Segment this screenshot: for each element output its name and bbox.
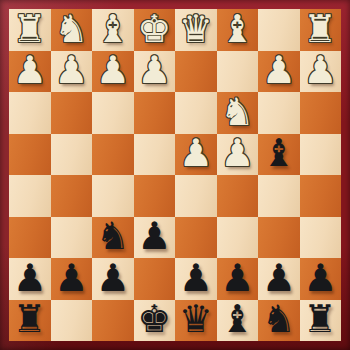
square-c5[interactable] bbox=[217, 175, 259, 217]
square-h3[interactable] bbox=[9, 92, 51, 134]
black-bishop-c8[interactable]: ♝ bbox=[220, 300, 254, 338]
chess-board: ♜♞♝♚♛♝♜♟♟♟♟♟♟♞♟♟♝♞♟♟♟♟♟♟♟♟♜♚♛♝♞♜ bbox=[9, 9, 341, 341]
black-pawn-h7[interactable]: ♟ bbox=[13, 259, 47, 297]
square-d6[interactable] bbox=[175, 217, 217, 259]
square-g3[interactable] bbox=[51, 92, 93, 134]
black-pawn-f7[interactable]: ♟ bbox=[96, 259, 130, 297]
black-knight-f6[interactable]: ♞ bbox=[96, 217, 130, 255]
square-h7[interactable]: ♟ bbox=[9, 258, 51, 300]
square-d3[interactable] bbox=[175, 92, 217, 134]
square-h1[interactable]: ♜ bbox=[9, 9, 51, 51]
square-a7[interactable]: ♟ bbox=[300, 258, 342, 300]
square-f5[interactable] bbox=[92, 175, 134, 217]
black-pawn-a7[interactable]: ♟ bbox=[303, 259, 337, 297]
square-a2[interactable]: ♟ bbox=[300, 51, 342, 93]
square-d2[interactable] bbox=[175, 51, 217, 93]
square-c4[interactable]: ♟ bbox=[217, 134, 259, 176]
square-a8[interactable]: ♜ bbox=[300, 300, 342, 342]
square-h6[interactable] bbox=[9, 217, 51, 259]
square-a1[interactable]: ♜ bbox=[300, 9, 342, 51]
square-e4[interactable] bbox=[134, 134, 176, 176]
square-h4[interactable] bbox=[9, 134, 51, 176]
black-pawn-c7[interactable]: ♟ bbox=[220, 259, 254, 297]
square-g2[interactable]: ♟ bbox=[51, 51, 93, 93]
square-e2[interactable]: ♟ bbox=[134, 51, 176, 93]
square-a4[interactable] bbox=[300, 134, 342, 176]
black-pawn-e6[interactable]: ♟ bbox=[137, 217, 171, 255]
square-b3[interactable] bbox=[258, 92, 300, 134]
black-bishop-b4[interactable]: ♝ bbox=[262, 134, 296, 172]
black-queen-d8[interactable]: ♛ bbox=[179, 300, 213, 338]
square-a5[interactable] bbox=[300, 175, 342, 217]
white-queen-d1[interactable]: ♛ bbox=[179, 10, 213, 48]
square-e8[interactable]: ♚ bbox=[134, 300, 176, 342]
square-c1[interactable]: ♝ bbox=[217, 9, 259, 51]
white-bishop-c1[interactable]: ♝ bbox=[220, 10, 254, 48]
square-h2[interactable]: ♟ bbox=[9, 51, 51, 93]
white-pawn-g2[interactable]: ♟ bbox=[54, 51, 88, 89]
black-pawn-d7[interactable]: ♟ bbox=[179, 259, 213, 297]
square-c2[interactable] bbox=[217, 51, 259, 93]
square-f1[interactable]: ♝ bbox=[92, 9, 134, 51]
square-b1[interactable] bbox=[258, 9, 300, 51]
square-f7[interactable]: ♟ bbox=[92, 258, 134, 300]
white-pawn-h2[interactable]: ♟ bbox=[13, 51, 47, 89]
square-b4[interactable]: ♝ bbox=[258, 134, 300, 176]
square-c7[interactable]: ♟ bbox=[217, 258, 259, 300]
square-g6[interactable] bbox=[51, 217, 93, 259]
white-pawn-f2[interactable]: ♟ bbox=[96, 51, 130, 89]
square-d1[interactable]: ♛ bbox=[175, 9, 217, 51]
square-g8[interactable] bbox=[51, 300, 93, 342]
black-rook-a8[interactable]: ♜ bbox=[303, 300, 337, 338]
square-e3[interactable] bbox=[134, 92, 176, 134]
white-king-e1[interactable]: ♚ bbox=[137, 10, 171, 48]
white-bishop-f1[interactable]: ♝ bbox=[96, 10, 130, 48]
square-d8[interactable]: ♛ bbox=[175, 300, 217, 342]
square-f6[interactable]: ♞ bbox=[92, 217, 134, 259]
black-knight-b8[interactable]: ♞ bbox=[262, 300, 296, 338]
white-rook-h1[interactable]: ♜ bbox=[13, 10, 47, 48]
white-pawn-b2[interactable]: ♟ bbox=[262, 51, 296, 89]
white-knight-g1[interactable]: ♞ bbox=[54, 10, 88, 48]
black-king-e8[interactable]: ♚ bbox=[137, 300, 171, 338]
square-d4[interactable]: ♟ bbox=[175, 134, 217, 176]
square-h8[interactable]: ♜ bbox=[9, 300, 51, 342]
white-pawn-a2[interactable]: ♟ bbox=[303, 51, 337, 89]
square-b2[interactable]: ♟ bbox=[258, 51, 300, 93]
white-knight-c3[interactable]: ♞ bbox=[220, 93, 254, 131]
square-c3[interactable]: ♞ bbox=[217, 92, 259, 134]
square-c6[interactable] bbox=[217, 217, 259, 259]
square-g4[interactable] bbox=[51, 134, 93, 176]
square-f8[interactable] bbox=[92, 300, 134, 342]
square-b6[interactable] bbox=[258, 217, 300, 259]
white-pawn-c4[interactable]: ♟ bbox=[220, 134, 254, 172]
white-rook-a1[interactable]: ♜ bbox=[303, 10, 337, 48]
square-h5[interactable] bbox=[9, 175, 51, 217]
square-e7[interactable] bbox=[134, 258, 176, 300]
square-a6[interactable] bbox=[300, 217, 342, 259]
black-rook-h8[interactable]: ♜ bbox=[13, 300, 47, 338]
square-a3[interactable] bbox=[300, 92, 342, 134]
white-pawn-d4[interactable]: ♟ bbox=[179, 134, 213, 172]
square-g1[interactable]: ♞ bbox=[51, 9, 93, 51]
square-c8[interactable]: ♝ bbox=[217, 300, 259, 342]
square-g7[interactable]: ♟ bbox=[51, 258, 93, 300]
board-frame: ♜♞♝♚♛♝♜♟♟♟♟♟♟♞♟♟♝♞♟♟♟♟♟♟♟♟♜♚♛♝♞♜ bbox=[0, 0, 350, 350]
square-f2[interactable]: ♟ bbox=[92, 51, 134, 93]
square-d5[interactable] bbox=[175, 175, 217, 217]
square-e1[interactable]: ♚ bbox=[134, 9, 176, 51]
square-f4[interactable] bbox=[92, 134, 134, 176]
black-pawn-b7[interactable]: ♟ bbox=[262, 259, 296, 297]
square-b8[interactable]: ♞ bbox=[258, 300, 300, 342]
square-f3[interactable] bbox=[92, 92, 134, 134]
black-pawn-g7[interactable]: ♟ bbox=[54, 259, 88, 297]
square-d7[interactable]: ♟ bbox=[175, 258, 217, 300]
square-b7[interactable]: ♟ bbox=[258, 258, 300, 300]
white-pawn-e2[interactable]: ♟ bbox=[137, 51, 171, 89]
square-g5[interactable] bbox=[51, 175, 93, 217]
square-b5[interactable] bbox=[258, 175, 300, 217]
square-e6[interactable]: ♟ bbox=[134, 217, 176, 259]
square-e5[interactable] bbox=[134, 175, 176, 217]
